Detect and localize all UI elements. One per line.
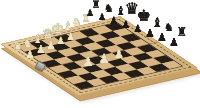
black-pawn-piece: ♟	[98, 13, 106, 22]
white-rook-piece: ♜	[13, 42, 23, 53]
white-pawn-piece: ♟	[25, 49, 35, 60]
white-knight-piece: ♞	[72, 17, 82, 28]
white-pawn-piece: ♟	[98, 52, 110, 65]
white-pawn-piece: ♟	[36, 44, 46, 55]
white-pawn-piece: ♟	[46, 40, 56, 51]
white-pawn-piece: ♟	[82, 55, 94, 68]
white-pawn-piece: ♟	[57, 36, 66, 46]
white-pawn-piece: ♟	[67, 32, 76, 42]
black-pawn-piece: ♟	[122, 20, 131, 30]
white-pawn-piece: ♟	[114, 48, 125, 60]
black-pawn-piece: ♟	[157, 32, 167, 43]
black-pawn-piece: ♟	[110, 16, 119, 26]
black-pawn-piece: ♟	[134, 24, 143, 34]
black-pawn-piece: ♟	[145, 28, 155, 39]
pieces-layer: ♜♞♝♛♚♝♞♜♟♟♟♟♟♟♟♟♜♞♝♛♚♝♞♜♟♟♟♟♟♟♟♟	[0, 0, 200, 108]
black-pawn-piece: ♟	[86, 9, 94, 18]
black-pawn-piece: ♟	[169, 37, 179, 48]
black-king-piece: ♚	[137, 8, 151, 24]
chess-set-photo: ♜♞♝♛♚♝♞♜♟♟♟♟♟♟♟♟♜♞♝♛♚♝♞♜♟♟♟♟♟♟♟♟	[0, 0, 200, 108]
